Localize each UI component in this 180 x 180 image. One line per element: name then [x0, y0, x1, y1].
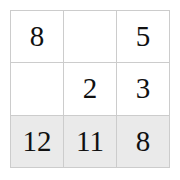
- cell-r1c1: 8: [11, 11, 63, 62]
- cell-r1c2-empty[interactable]: [64, 11, 116, 62]
- cell-r2c3: 3: [117, 63, 169, 114]
- cell-r1c3: 5: [117, 11, 169, 62]
- sum-puzzle-board: 8 5 2 3 12 11 8: [10, 10, 170, 168]
- sum-cell-c3: 8: [117, 116, 169, 167]
- sum-cell-c2: 11: [64, 116, 116, 167]
- cell-r2c2: 2: [64, 63, 116, 114]
- puzzle-screenshot: 8 5 2 3 12 11 8: [0, 0, 180, 180]
- cell-r2c1-empty[interactable]: [11, 63, 63, 114]
- sum-cell-c1: 12: [11, 116, 63, 167]
